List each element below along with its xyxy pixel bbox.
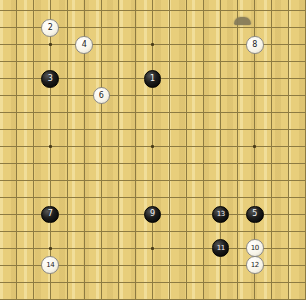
grid-line-horizontal [0, 10, 306, 11]
stone-number: 4 [82, 41, 87, 49]
stone-number: 2 [48, 24, 53, 32]
stone-number: 1 [150, 75, 155, 83]
grid-line-vertical [271, 0, 272, 300]
stone-number: 8 [252, 41, 257, 49]
star-point [49, 247, 52, 250]
stone-black-D14[interactable]: 3 [41, 70, 59, 88]
stone-number: 5 [252, 210, 257, 218]
star-point [151, 247, 154, 250]
grid-line-vertical [186, 0, 187, 300]
grid-line-vertical [237, 0, 238, 300]
grid-line-vertical [135, 0, 136, 300]
grid-line-vertical [118, 0, 119, 300]
grid-line-vertical [305, 0, 306, 300]
stone-black-K6[interactable]: 9 [144, 206, 162, 224]
grid-line-horizontal [0, 95, 306, 96]
stone-black-N6[interactable]: 13 [212, 206, 230, 224]
grid-line-horizontal [0, 129, 306, 130]
grid-line-horizontal [0, 61, 306, 62]
grid-line-horizontal [0, 197, 306, 198]
stone-white-Q3[interactable]: 12 [246, 256, 264, 274]
smudge-mark [234, 17, 251, 25]
grid-line-horizontal [0, 282, 306, 283]
go-board[interactable]: 1234567891011121314 [0, 0, 306, 300]
grid-line-vertical [169, 0, 170, 300]
stone-number: 10 [251, 245, 259, 252]
stone-white-D17[interactable]: 2 [41, 19, 59, 37]
stone-number: 7 [48, 210, 53, 218]
stone-black-K14[interactable]: 1 [144, 70, 162, 88]
grid-line-vertical [203, 0, 204, 300]
star-point [151, 43, 154, 46]
stone-number: 11 [217, 245, 225, 252]
star-point [49, 145, 52, 148]
grid-line-horizontal [0, 231, 306, 232]
stone-number: 12 [251, 262, 259, 269]
grid-line-horizontal [0, 163, 306, 164]
grid-line-horizontal [0, 112, 306, 113]
stone-white-G13[interactable]: 6 [93, 87, 111, 105]
stone-white-D3[interactable]: 14 [41, 256, 59, 274]
stone-number: 13 [217, 211, 225, 218]
stone-number: 9 [150, 210, 155, 218]
stone-number: 3 [48, 75, 53, 83]
stone-white-F16[interactable]: 4 [75, 36, 93, 54]
grid-line-vertical [101, 0, 102, 300]
stone-white-Q16[interactable]: 8 [246, 36, 264, 54]
stone-black-D6[interactable]: 7 [41, 206, 59, 224]
stone-number: 6 [99, 92, 104, 100]
star-point [151, 145, 154, 148]
stone-number: 14 [46, 262, 54, 269]
grid-line-horizontal [0, 180, 306, 181]
stone-white-Q4[interactable]: 10 [246, 239, 264, 257]
grid-line-horizontal [0, 299, 306, 300]
stone-black-Q6[interactable]: 5 [246, 206, 264, 224]
grid-line-vertical [67, 0, 68, 300]
star-point [49, 43, 52, 46]
grid-line-vertical [288, 0, 289, 300]
star-point [253, 145, 256, 148]
stone-black-N4[interactable]: 11 [212, 239, 230, 257]
